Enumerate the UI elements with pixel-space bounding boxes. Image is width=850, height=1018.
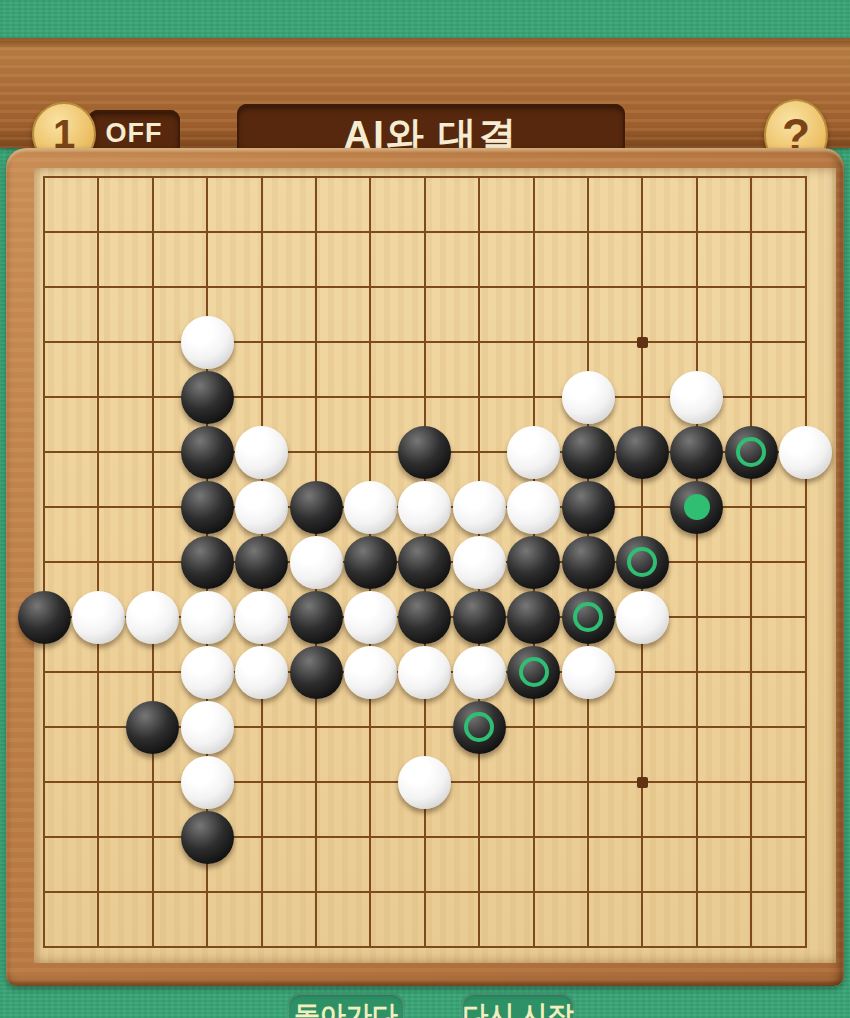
stone-black (562, 426, 615, 479)
stone-black (453, 591, 506, 644)
stone-white (72, 591, 125, 644)
stone-black (181, 811, 234, 864)
stone-white (562, 371, 615, 424)
stone-white (290, 536, 343, 589)
stone-white (453, 481, 506, 534)
stone-white (398, 646, 451, 699)
stone-white (670, 371, 723, 424)
stone-black (398, 591, 451, 644)
last-move-marker (684, 494, 710, 520)
goban[interactable] (34, 168, 836, 963)
stone-black (126, 701, 179, 754)
stone-white (779, 426, 832, 479)
star-point (637, 777, 648, 788)
stone-white (181, 591, 234, 644)
stone-black (453, 701, 506, 754)
stone-white (453, 646, 506, 699)
stone-black (507, 536, 560, 589)
stone-black (398, 536, 451, 589)
back-button[interactable]: 돌아가다 (287, 993, 405, 1018)
restart-button[interactable]: 다시 시작 (461, 993, 575, 1018)
stone-black (616, 536, 669, 589)
stone-black (235, 536, 288, 589)
stone-black (507, 646, 560, 699)
win-ring-marker (573, 602, 603, 632)
stone-white (181, 756, 234, 809)
stone-white (507, 426, 560, 479)
grid-line-horizontal (43, 891, 807, 893)
stone-black (181, 371, 234, 424)
stone-white (616, 591, 669, 644)
grid-line-vertical (750, 176, 752, 948)
stone-white (398, 756, 451, 809)
stone-black (290, 646, 343, 699)
stone-white (235, 481, 288, 534)
stone-black (398, 426, 451, 479)
stone-black (181, 536, 234, 589)
stone-black (344, 536, 397, 589)
win-ring-marker (627, 547, 657, 577)
stone-black (181, 481, 234, 534)
stone-white (235, 646, 288, 699)
stone-black (18, 591, 71, 644)
stone-white (181, 701, 234, 754)
board-frame (6, 148, 844, 986)
stone-white (453, 536, 506, 589)
win-ring-marker (464, 712, 494, 742)
top-wooden-bar: OFF 1 AI와 대결 ? (0, 38, 850, 148)
stone-black (670, 481, 723, 534)
stone-black (562, 481, 615, 534)
grid-line-vertical (696, 176, 698, 948)
stone-white (344, 646, 397, 699)
stone-black (670, 426, 723, 479)
stone-white (235, 591, 288, 644)
stone-black (616, 426, 669, 479)
win-ring-marker (736, 437, 766, 467)
back-button-label: 돌아가다 (294, 998, 398, 1018)
stone-black (562, 591, 615, 644)
win-ring-marker (519, 657, 549, 687)
stone-black (562, 536, 615, 589)
stone-white (181, 646, 234, 699)
stone-white (344, 481, 397, 534)
stone-black (290, 481, 343, 534)
stone-black (725, 426, 778, 479)
stone-white (235, 426, 288, 479)
grid-line-horizontal (43, 946, 807, 948)
stone-white (398, 481, 451, 534)
star-point (637, 337, 648, 348)
stone-white (507, 481, 560, 534)
toggle-off-label: OFF (106, 118, 163, 149)
stone-black (181, 426, 234, 479)
stone-black (507, 591, 560, 644)
restart-button-label: 다시 시작 (462, 998, 573, 1018)
stone-white (181, 316, 234, 369)
grid-line-horizontal (43, 836, 807, 838)
stone-black (290, 591, 343, 644)
stone-white (344, 591, 397, 644)
grid-line-vertical (805, 176, 807, 948)
stone-white (126, 591, 179, 644)
stone-white (562, 646, 615, 699)
